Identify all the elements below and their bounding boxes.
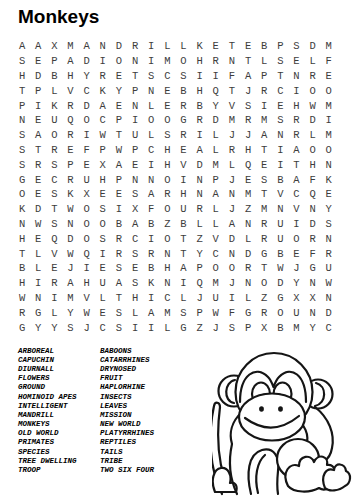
grid-cell-r15c5[interactable]: Q — [79, 246, 95, 261]
grid-cell-r3c12[interactable]: I — [192, 69, 208, 84]
grid-cell-r14c10[interactable]: O — [159, 231, 175, 246]
grid-cell-r9c16[interactable]: E — [256, 157, 272, 172]
grid-cell-r4c3[interactable]: L — [46, 83, 62, 98]
grid-cell-r15c16[interactable]: G — [256, 246, 272, 261]
grid-cell-r12c11[interactable]: U — [175, 202, 191, 217]
grid-cell-r10c20[interactable]: K — [321, 172, 337, 187]
grid-cell-r20c16[interactable]: X — [256, 320, 272, 335]
grid-cell-r19c4[interactable]: Y — [62, 305, 78, 320]
grid-cell-r5c6[interactable]: A — [95, 98, 111, 113]
grid-cell-r5c12[interactable]: B — [192, 98, 208, 113]
grid-cell-r13c10[interactable]: Z — [159, 217, 175, 232]
grid-cell-r14c12[interactable]: Z — [192, 231, 208, 246]
grid-cell-r9c7[interactable]: A — [111, 157, 127, 172]
grid-cell-r18c6[interactable]: L — [95, 291, 111, 306]
grid-cell-r2c6[interactable]: I — [95, 54, 111, 69]
grid-cell-r1c5[interactable]: A — [79, 39, 95, 54]
grid-cell-r8c6[interactable]: P — [95, 143, 111, 158]
grid-cell-r1c15[interactable]: E — [240, 39, 256, 54]
grid-cell-r7c11[interactable]: R — [175, 128, 191, 143]
grid-cell-r9c20[interactable]: N — [321, 157, 337, 172]
grid-cell-r19c14[interactable]: F — [224, 305, 240, 320]
grid-cell-r14c7[interactable]: R — [111, 231, 127, 246]
grid-cell-r4c11[interactable]: B — [175, 83, 191, 98]
grid-cell-r17c20[interactable]: W — [321, 276, 337, 291]
grid-cell-r13c5[interactable]: O — [79, 217, 95, 232]
grid-cell-r5c13[interactable]: Y — [208, 98, 224, 113]
grid-cell-r4c19[interactable]: O — [305, 83, 321, 98]
grid-cell-r6c7[interactable]: P — [111, 113, 127, 128]
grid-cell-r1c20[interactable]: M — [321, 39, 337, 54]
grid-cell-r11c1[interactable]: O — [14, 187, 30, 202]
grid-cell-r9c14[interactable]: L — [224, 157, 240, 172]
grid-cell-r2c18[interactable]: E — [288, 54, 304, 69]
grid-cell-r5c20[interactable]: M — [321, 98, 337, 113]
grid-cell-r2c3[interactable]: P — [46, 54, 62, 69]
grid-cell-r5c14[interactable]: V — [224, 98, 240, 113]
grid-cell-r11c19[interactable]: Q — [305, 187, 321, 202]
grid-cell-r14c2[interactable]: E — [30, 231, 46, 246]
grid-cell-r11c11[interactable]: H — [175, 187, 191, 202]
grid-cell-r14c9[interactable]: I — [143, 231, 159, 246]
grid-cell-r10c16[interactable]: S — [256, 172, 272, 187]
grid-cell-r13c2[interactable]: W — [30, 217, 46, 232]
grid-cell-r13c16[interactable]: R — [256, 217, 272, 232]
grid-cell-r15c14[interactable]: N — [224, 246, 240, 261]
grid-cell-r6c3[interactable]: U — [46, 113, 62, 128]
grid-cell-r16c18[interactable]: J — [288, 261, 304, 276]
grid-cell-r1c16[interactable]: B — [256, 39, 272, 54]
grid-cell-r17c10[interactable]: N — [159, 276, 175, 291]
grid-cell-r20c15[interactable]: P — [240, 320, 256, 335]
grid-cell-r9c2[interactable]: R — [30, 157, 46, 172]
grid-cell-r17c17[interactable]: D — [272, 276, 288, 291]
grid-cell-r1c17[interactable]: P — [272, 39, 288, 54]
grid-cell-r12c8[interactable]: X — [127, 202, 143, 217]
grid-cell-r2c9[interactable]: I — [143, 54, 159, 69]
grid-cell-r8c14[interactable]: R — [224, 143, 240, 158]
grid-cell-r7c2[interactable]: A — [30, 128, 46, 143]
grid-cell-r14c4[interactable]: D — [62, 231, 78, 246]
grid-cell-r12c6[interactable]: S — [95, 202, 111, 217]
grid-cell-r10c2[interactable]: E — [30, 172, 46, 187]
grid-cell-r18c19[interactable]: X — [305, 291, 321, 306]
grid-cell-r15c20[interactable]: R — [321, 246, 337, 261]
grid-cell-r17c7[interactable]: A — [111, 276, 127, 291]
grid-cell-r1c18[interactable]: S — [288, 39, 304, 54]
grid-cell-r6c5[interactable]: O — [79, 113, 95, 128]
grid-cell-r19c5[interactable]: W — [79, 305, 95, 320]
grid-cell-r5c10[interactable]: E — [159, 98, 175, 113]
grid-cell-r20c17[interactable]: B — [272, 320, 288, 335]
grid-cell-r4c8[interactable]: P — [127, 83, 143, 98]
grid-cell-r6c8[interactable]: I — [127, 113, 143, 128]
grid-cell-r2c16[interactable]: L — [256, 54, 272, 69]
grid-cell-r9c4[interactable]: P — [62, 157, 78, 172]
grid-cell-r6c9[interactable]: O — [143, 113, 159, 128]
grid-cell-r7c1[interactable]: S — [14, 128, 30, 143]
grid-cell-r3c11[interactable]: S — [175, 69, 191, 84]
grid-cell-r19c8[interactable]: L — [127, 305, 143, 320]
grid-cell-r5c11[interactable]: R — [175, 98, 191, 113]
grid-cell-r10c15[interactable]: E — [240, 172, 256, 187]
grid-cell-r20c13[interactable]: J — [208, 320, 224, 335]
grid-cell-r17c1[interactable]: H — [14, 276, 30, 291]
grid-cell-r12c18[interactable]: V — [288, 202, 304, 217]
grid-cell-r2c13[interactable]: R — [208, 54, 224, 69]
grid-cell-r5c5[interactable]: D — [79, 98, 95, 113]
grid-cell-r9c18[interactable]: T — [288, 157, 304, 172]
grid-cell-r10c7[interactable]: P — [111, 172, 127, 187]
grid-cell-r6c16[interactable]: M — [256, 113, 272, 128]
grid-cell-r19c18[interactable]: U — [288, 305, 304, 320]
grid-cell-r6c19[interactable]: D — [305, 113, 321, 128]
grid-cell-r11c4[interactable]: K — [62, 187, 78, 202]
grid-cell-r15c6[interactable]: I — [95, 246, 111, 261]
grid-cell-r18c13[interactable]: U — [208, 291, 224, 306]
grid-cell-r20c10[interactable]: L — [159, 320, 175, 335]
grid-cell-r6c12[interactable]: R — [192, 113, 208, 128]
grid-cell-r20c2[interactable]: Y — [30, 320, 46, 335]
grid-cell-r3c16[interactable]: P — [256, 69, 272, 84]
grid-cell-r13c8[interactable]: A — [127, 217, 143, 232]
grid-cell-r3c7[interactable]: E — [111, 69, 127, 84]
grid-cell-r17c3[interactable]: R — [46, 276, 62, 291]
grid-cell-r20c5[interactable]: J — [79, 320, 95, 335]
grid-cell-r5c17[interactable]: E — [272, 98, 288, 113]
grid-cell-r16c1[interactable]: B — [14, 261, 30, 276]
grid-cell-r19c12[interactable]: P — [192, 305, 208, 320]
grid-cell-r3c15[interactable]: A — [240, 69, 256, 84]
grid-cell-r15c17[interactable]: B — [272, 246, 288, 261]
grid-cell-r9c5[interactable]: E — [79, 157, 95, 172]
grid-cell-r17c5[interactable]: H — [79, 276, 95, 291]
grid-cell-r11c9[interactable]: A — [143, 187, 159, 202]
grid-cell-r16c7[interactable]: S — [111, 261, 127, 276]
grid-cell-r20c19[interactable]: Y — [305, 320, 321, 335]
grid-cell-r11c12[interactable]: N — [192, 187, 208, 202]
grid-cell-r11c6[interactable]: E — [95, 187, 111, 202]
grid-cell-r4c2[interactable]: P — [30, 83, 46, 98]
grid-cell-r14c11[interactable]: T — [175, 231, 191, 246]
grid-cell-r8c1[interactable]: S — [14, 143, 30, 158]
grid-cell-r15c8[interactable]: S — [127, 246, 143, 261]
grid-cell-r1c14[interactable]: T — [224, 39, 240, 54]
grid-cell-r7c13[interactable]: L — [208, 128, 224, 143]
grid-cell-r6c17[interactable]: S — [272, 113, 288, 128]
grid-cell-r11c3[interactable]: S — [46, 187, 62, 202]
grid-cell-r2c2[interactable]: E — [30, 54, 46, 69]
grid-cell-r17c11[interactable]: I — [175, 276, 191, 291]
grid-cell-r11c10[interactable]: R — [159, 187, 175, 202]
grid-cell-r13c17[interactable]: U — [272, 217, 288, 232]
grid-cell-r11c16[interactable]: T — [256, 187, 272, 202]
grid-cell-r19c16[interactable]: R — [256, 305, 272, 320]
grid-cell-r1c7[interactable]: D — [111, 39, 127, 54]
grid-cell-r5c1[interactable]: P — [14, 98, 30, 113]
grid-cell-r12c4[interactable]: W — [62, 202, 78, 217]
grid-cell-r13c20[interactable]: S — [321, 217, 337, 232]
grid-cell-r12c20[interactable]: Y — [321, 202, 337, 217]
grid-cell-r5c9[interactable]: L — [143, 98, 159, 113]
grid-cell-r10c14[interactable]: J — [224, 172, 240, 187]
grid-cell-r2c8[interactable]: N — [127, 54, 143, 69]
grid-cell-r4c4[interactable]: V — [62, 83, 78, 98]
grid-cell-r16c6[interactable]: E — [95, 261, 111, 276]
grid-cell-r3c19[interactable]: R — [305, 69, 321, 84]
grid-cell-r7c20[interactable]: M — [321, 128, 337, 143]
grid-cell-r12c9[interactable]: F — [143, 202, 159, 217]
grid-cell-r18c4[interactable]: M — [62, 291, 78, 306]
grid-cell-r15c12[interactable]: Y — [192, 246, 208, 261]
grid-cell-r18c10[interactable]: C — [159, 291, 175, 306]
grid-cell-r1c11[interactable]: L — [175, 39, 191, 54]
grid-cell-r5c8[interactable]: N — [127, 98, 143, 113]
grid-cell-r3c13[interactable]: I — [208, 69, 224, 84]
grid-cell-r5c18[interactable]: H — [288, 98, 304, 113]
grid-cell-r11c17[interactable]: V — [272, 187, 288, 202]
grid-cell-r19c19[interactable]: N — [305, 305, 321, 320]
grid-cell-r17c2[interactable]: I — [30, 276, 46, 291]
grid-cell-r6c1[interactable]: N — [14, 113, 30, 128]
grid-cell-r17c14[interactable]: J — [224, 276, 240, 291]
grid-cell-r10c17[interactable]: B — [272, 172, 288, 187]
grid-cell-r13c3[interactable]: S — [46, 217, 62, 232]
grid-cell-r1c12[interactable]: K — [192, 39, 208, 54]
grid-cell-r13c6[interactable]: O — [95, 217, 111, 232]
grid-cell-r16c5[interactable]: I — [79, 261, 95, 276]
grid-cell-r20c1[interactable]: G — [14, 320, 30, 335]
grid-cell-r3c5[interactable]: Y — [79, 69, 95, 84]
grid-cell-r20c9[interactable]: I — [143, 320, 159, 335]
grid-cell-r10c10[interactable]: O — [159, 172, 175, 187]
grid-cell-r13c4[interactable]: N — [62, 217, 78, 232]
grid-cell-r6c10[interactable]: O — [159, 113, 175, 128]
grid-cell-r1c2[interactable]: A — [30, 39, 46, 54]
grid-cell-r2c20[interactable]: F — [321, 54, 337, 69]
grid-cell-r20c8[interactable]: I — [127, 320, 143, 335]
grid-cell-r14c20[interactable]: N — [321, 231, 337, 246]
grid-cell-r10c11[interactable]: I — [175, 172, 191, 187]
grid-cell-r14c8[interactable]: C — [127, 231, 143, 246]
grid-cell-r9c19[interactable]: H — [305, 157, 321, 172]
grid-cell-r11c18[interactable]: C — [288, 187, 304, 202]
grid-cell-r18c14[interactable]: I — [224, 291, 240, 306]
grid-cell-r12c3[interactable]: T — [46, 202, 62, 217]
grid-cell-r2c11[interactable]: O — [175, 54, 191, 69]
grid-cell-r20c18[interactable]: M — [288, 320, 304, 335]
grid-cell-r11c15[interactable]: M — [240, 187, 256, 202]
grid-cell-r11c8[interactable]: S — [127, 187, 143, 202]
grid-cell-r15c13[interactable]: C — [208, 246, 224, 261]
grid-cell-r6c18[interactable]: R — [288, 113, 304, 128]
grid-cell-r16c9[interactable]: B — [143, 261, 159, 276]
grid-cell-r12c12[interactable]: R — [192, 202, 208, 217]
grid-cell-r4c13[interactable]: Q — [208, 83, 224, 98]
grid-cell-r19c1[interactable]: R — [14, 305, 30, 320]
grid-cell-r12c7[interactable]: I — [111, 202, 127, 217]
grid-cell-r12c10[interactable]: O — [159, 202, 175, 217]
grid-cell-r9c6[interactable]: X — [95, 157, 111, 172]
grid-cell-r5c4[interactable]: R — [62, 98, 78, 113]
grid-cell-r18c5[interactable]: V — [79, 291, 95, 306]
grid-cell-r1c6[interactable]: N — [95, 39, 111, 54]
grid-cell-r9c9[interactable]: I — [143, 157, 159, 172]
grid-cell-r15c1[interactable]: T — [14, 246, 30, 261]
grid-cell-r13c9[interactable]: B — [143, 217, 159, 232]
grid-cell-r13c1[interactable]: N — [14, 217, 30, 232]
grid-cell-r5c19[interactable]: W — [305, 98, 321, 113]
grid-cell-r7c4[interactable]: R — [62, 128, 78, 143]
grid-cell-r4c6[interactable]: K — [95, 83, 111, 98]
grid-cell-r16c10[interactable]: H — [159, 261, 175, 276]
grid-cell-r12c17[interactable]: N — [272, 202, 288, 217]
grid-cell-r16c4[interactable]: J — [62, 261, 78, 276]
grid-cell-r18c17[interactable]: G — [272, 291, 288, 306]
grid-cell-r17c9[interactable]: K — [143, 276, 159, 291]
grid-cell-r6c14[interactable]: M — [224, 113, 240, 128]
grid-cell-r10c6[interactable]: H — [95, 172, 111, 187]
grid-cell-r17c6[interactable]: U — [95, 276, 111, 291]
grid-cell-r7c14[interactable]: J — [224, 128, 240, 143]
grid-cell-r16c19[interactable]: G — [305, 261, 321, 276]
grid-cell-r8c10[interactable]: H — [159, 143, 175, 158]
grid-cell-r3c8[interactable]: T — [127, 69, 143, 84]
grid-cell-r13c18[interactable]: I — [288, 217, 304, 232]
grid-cell-r18c16[interactable]: Z — [256, 291, 272, 306]
grid-cell-r11c7[interactable]: E — [111, 187, 127, 202]
grid-cell-r4c10[interactable]: E — [159, 83, 175, 98]
grid-cell-r10c19[interactable]: F — [305, 172, 321, 187]
grid-cell-r16c3[interactable]: E — [46, 261, 62, 276]
grid-cell-r15c18[interactable]: E — [288, 246, 304, 261]
grid-cell-r18c9[interactable]: I — [143, 291, 159, 306]
grid-cell-r8c17[interactable]: I — [272, 143, 288, 158]
grid-cell-r19c3[interactable]: L — [46, 305, 62, 320]
grid-cell-r6c11[interactable]: G — [175, 113, 191, 128]
grid-cell-r2c19[interactable]: L — [305, 54, 321, 69]
grid-cell-r9c15[interactable]: Q — [240, 157, 256, 172]
grid-cell-r3c3[interactable]: B — [46, 69, 62, 84]
grid-cell-r2c14[interactable]: N — [224, 54, 240, 69]
grid-cell-r7c19[interactable]: L — [305, 128, 321, 143]
grid-cell-r19c11[interactable]: S — [175, 305, 191, 320]
grid-cell-r7c16[interactable]: A — [256, 128, 272, 143]
grid-cell-r10c9[interactable]: N — [143, 172, 159, 187]
grid-cell-r20c6[interactable]: C — [95, 320, 111, 335]
grid-cell-r10c4[interactable]: R — [62, 172, 78, 187]
grid-cell-r17c13[interactable]: M — [208, 276, 224, 291]
grid-cell-r8c7[interactable]: W — [111, 143, 127, 158]
grid-cell-r19c6[interactable]: E — [95, 305, 111, 320]
grid-cell-r16c13[interactable]: O — [208, 261, 224, 276]
grid-cell-r1c1[interactable]: A — [14, 39, 30, 54]
grid-cell-r3c14[interactable]: F — [224, 69, 240, 84]
grid-cell-r9c17[interactable]: I — [272, 157, 288, 172]
grid-cell-r20c14[interactable]: S — [224, 320, 240, 335]
grid-cell-r16c11[interactable]: A — [175, 261, 191, 276]
grid-cell-r12c16[interactable]: M — [256, 202, 272, 217]
grid-cell-r4c20[interactable]: O — [321, 83, 337, 98]
grid-cell-r11c13[interactable]: A — [208, 187, 224, 202]
grid-cell-r15c11[interactable]: T — [175, 246, 191, 261]
grid-cell-r2c15[interactable]: T — [240, 54, 256, 69]
grid-cell-r17c15[interactable]: N — [240, 276, 256, 291]
grid-cell-r1c3[interactable]: X — [46, 39, 62, 54]
grid-cell-r8c20[interactable]: O — [321, 143, 337, 158]
grid-cell-r3c18[interactable]: N — [288, 69, 304, 84]
grid-cell-r10c8[interactable]: N — [127, 172, 143, 187]
grid-cell-r6c2[interactable]: E — [30, 113, 46, 128]
grid-cell-r7c9[interactable]: L — [143, 128, 159, 143]
grid-cell-r4c16[interactable]: R — [256, 83, 272, 98]
grid-cell-r6c20[interactable]: I — [321, 113, 337, 128]
grid-cell-r4c9[interactable]: N — [143, 83, 159, 98]
grid-cell-r9c13[interactable]: M — [208, 157, 224, 172]
grid-cell-r1c4[interactable]: M — [62, 39, 78, 54]
grid-cell-r5c15[interactable]: S — [240, 98, 256, 113]
grid-cell-r18c12[interactable]: J — [192, 291, 208, 306]
grid-cell-r16c15[interactable]: R — [240, 261, 256, 276]
grid-cell-r16c16[interactable]: T — [256, 261, 272, 276]
grid-cell-r18c15[interactable]: L — [240, 291, 256, 306]
grid-cell-r18c20[interactable]: N — [321, 291, 337, 306]
grid-cell-r1c9[interactable]: I — [143, 39, 159, 54]
grid-cell-r4c1[interactable]: T — [14, 83, 30, 98]
grid-cell-r12c14[interactable]: J — [224, 202, 240, 217]
grid-cell-r17c18[interactable]: Y — [288, 276, 304, 291]
grid-cell-r11c14[interactable]: N — [224, 187, 240, 202]
grid-cell-r19c9[interactable]: A — [143, 305, 159, 320]
grid-cell-r10c18[interactable]: A — [288, 172, 304, 187]
grid-cell-r1c8[interactable]: R — [127, 39, 143, 54]
grid-cell-r9c8[interactable]: E — [127, 157, 143, 172]
grid-cell-r17c12[interactable]: Q — [192, 276, 208, 291]
grid-cell-r6c15[interactable]: R — [240, 113, 256, 128]
grid-cell-r16c17[interactable]: W — [272, 261, 288, 276]
grid-cell-r1c10[interactable]: L — [159, 39, 175, 54]
grid-cell-r8c13[interactable]: L — [208, 143, 224, 158]
grid-cell-r5c7[interactable]: E — [111, 98, 127, 113]
grid-cell-r8c15[interactable]: H — [240, 143, 256, 158]
grid-cell-r8c3[interactable]: R — [46, 143, 62, 158]
grid-cell-r16c8[interactable]: E — [127, 261, 143, 276]
grid-cell-r8c18[interactable]: A — [288, 143, 304, 158]
grid-cell-r19c17[interactable]: O — [272, 305, 288, 320]
grid-cell-r14c6[interactable]: S — [95, 231, 111, 246]
grid-cell-r5c2[interactable]: I — [30, 98, 46, 113]
grid-cell-r7c17[interactable]: N — [272, 128, 288, 143]
grid-cell-r20c4[interactable]: S — [62, 320, 78, 335]
grid-cell-r1c13[interactable]: E — [208, 39, 224, 54]
grid-cell-r8c19[interactable]: O — [305, 143, 321, 158]
grid-cell-r6c4[interactable]: Q — [62, 113, 78, 128]
grid-cell-r2c12[interactable]: H — [192, 54, 208, 69]
grid-cell-r11c2[interactable]: E — [30, 187, 46, 202]
grid-cell-r17c4[interactable]: A — [62, 276, 78, 291]
grid-cell-r19c10[interactable]: M — [159, 305, 175, 320]
grid-cell-r8c5[interactable]: F — [79, 143, 95, 158]
grid-cell-r14c15[interactable]: L — [240, 231, 256, 246]
grid-cell-r20c11[interactable]: G — [175, 320, 191, 335]
grid-cell-r6c13[interactable]: D — [208, 113, 224, 128]
grid-cell-r2c17[interactable]: S — [272, 54, 288, 69]
grid-cell-r14c16[interactable]: R — [256, 231, 272, 246]
grid-cell-r20c7[interactable]: S — [111, 320, 127, 335]
grid-cell-r18c7[interactable]: T — [111, 291, 127, 306]
grid-cell-r15c2[interactable]: L — [30, 246, 46, 261]
grid-cell-r7c6[interactable]: W — [95, 128, 111, 143]
